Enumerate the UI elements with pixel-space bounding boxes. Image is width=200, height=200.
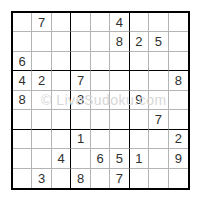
sudoku-cell-r7c7[interactable]	[130, 130, 149, 149]
sudoku-cell-r2c2[interactable]	[32, 32, 51, 51]
sudoku-cell-r9c8[interactable]	[149, 169, 168, 188]
sudoku-cell-r2c9[interactable]	[169, 32, 188, 51]
sudoku-cell-r3c3[interactable]	[52, 52, 71, 71]
sudoku-cell-r2c7[interactable]: 2	[130, 32, 149, 51]
sudoku-cell-r6c6[interactable]	[110, 110, 129, 129]
sudoku-cell-r5c3[interactable]	[52, 91, 71, 110]
sudoku-cell-r3c7[interactable]	[130, 52, 149, 71]
sudoku-cell-r9c3[interactable]	[52, 169, 71, 188]
sudoku-cell-r4c3[interactable]	[52, 71, 71, 90]
sudoku-cell-r7c2[interactable]	[32, 130, 51, 149]
sudoku-cell-r8c5[interactable]: 6	[91, 149, 110, 168]
sudoku-cell-r8c6[interactable]: 5	[110, 149, 129, 168]
sudoku-cell-r6c9[interactable]	[169, 110, 188, 129]
sudoku-cell-r6c7[interactable]	[130, 110, 149, 129]
sudoku-cell-r9c6[interactable]: 7	[110, 169, 129, 188]
sudoku-cell-r3c4[interactable]	[71, 52, 90, 71]
sudoku-cell-r4c1[interactable]: 4	[13, 71, 32, 90]
sudoku-cell-r7c4[interactable]: 1	[71, 130, 90, 149]
sudoku-cell-r6c4[interactable]	[71, 110, 90, 129]
sudoku-board: 748256427883971246519387	[11, 11, 190, 190]
sudoku-cell-r6c8[interactable]: 7	[149, 110, 168, 129]
sudoku-cell-r8c3[interactable]: 4	[52, 149, 71, 168]
sudoku-cell-r9c4[interactable]: 8	[71, 169, 90, 188]
sudoku-cell-r3c5[interactable]	[91, 52, 110, 71]
sudoku-cell-r7c3[interactable]	[52, 130, 71, 149]
sudoku-cell-r1c4[interactable]	[71, 13, 90, 32]
sudoku-cell-r5c6[interactable]	[110, 91, 129, 110]
sudoku-cell-r3c2[interactable]	[32, 52, 51, 71]
sudoku-cell-r4c4[interactable]: 7	[71, 71, 90, 90]
sudoku-cell-r9c5[interactable]	[91, 169, 110, 188]
sudoku-cell-r9c1[interactable]	[13, 169, 32, 188]
sudoku-cell-r1c6[interactable]: 4	[110, 13, 129, 32]
sudoku-cell-r8c9[interactable]: 9	[169, 149, 188, 168]
sudoku-cell-r8c4[interactable]	[71, 149, 90, 168]
sudoku-cell-r1c9[interactable]	[169, 13, 188, 32]
sudoku-cell-r8c2[interactable]	[32, 149, 51, 168]
sudoku-cell-r1c5[interactable]	[91, 13, 110, 32]
sudoku-cell-r5c4[interactable]: 3	[71, 91, 90, 110]
sudoku-cell-r4c9[interactable]: 8	[169, 71, 188, 90]
sudoku-cell-r2c5[interactable]	[91, 32, 110, 51]
sudoku-cell-r6c5[interactable]	[91, 110, 110, 129]
sudoku-cell-r5c8[interactable]	[149, 91, 168, 110]
sudoku-cell-r1c1[interactable]	[13, 13, 32, 32]
sudoku-cell-r6c3[interactable]	[52, 110, 71, 129]
sudoku-cell-r5c1[interactable]: 8	[13, 91, 32, 110]
sudoku-cell-r2c1[interactable]	[13, 32, 32, 51]
sudoku-cell-r5c5[interactable]	[91, 91, 110, 110]
sudoku-cell-r5c7[interactable]: 9	[130, 91, 149, 110]
sudoku-cell-r8c7[interactable]: 1	[130, 149, 149, 168]
sudoku-cell-r7c8[interactable]	[149, 130, 168, 149]
sudoku-cell-r4c8[interactable]	[149, 71, 168, 90]
sudoku-cell-r8c1[interactable]	[13, 149, 32, 168]
sudoku-cell-r1c2[interactable]: 7	[32, 13, 51, 32]
sudoku-cell-r2c8[interactable]: 5	[149, 32, 168, 51]
sudoku-cell-r1c7[interactable]	[130, 13, 149, 32]
sudoku-puzzle: 748256427883971246519387 © LiveSudoku.co…	[0, 0, 200, 200]
sudoku-cell-r3c8[interactable]	[149, 52, 168, 71]
sudoku-cell-r9c9[interactable]	[169, 169, 188, 188]
sudoku-cell-r6c2[interactable]	[32, 110, 51, 129]
sudoku-cell-r7c9[interactable]: 2	[169, 130, 188, 149]
sudoku-cell-r7c6[interactable]	[110, 130, 129, 149]
sudoku-cell-r2c3[interactable]	[52, 32, 71, 51]
sudoku-cell-r3c6[interactable]	[110, 52, 129, 71]
sudoku-cell-r6c1[interactable]	[13, 110, 32, 129]
sudoku-cell-r5c2[interactable]	[32, 91, 51, 110]
sudoku-cell-r4c6[interactable]	[110, 71, 129, 90]
sudoku-cell-r4c2[interactable]: 2	[32, 71, 51, 90]
sudoku-cell-r7c5[interactable]	[91, 130, 110, 149]
sudoku-cell-r9c7[interactable]	[130, 169, 149, 188]
sudoku-cell-r2c6[interactable]: 8	[110, 32, 129, 51]
sudoku-cell-r3c9[interactable]	[169, 52, 188, 71]
sudoku-cell-r8c8[interactable]	[149, 149, 168, 168]
sudoku-cell-r5c9[interactable]	[169, 91, 188, 110]
sudoku-cell-r1c8[interactable]	[149, 13, 168, 32]
sudoku-cell-r2c4[interactable]	[71, 32, 90, 51]
sudoku-cell-r9c2[interactable]: 3	[32, 169, 51, 188]
sudoku-cell-r4c7[interactable]	[130, 71, 149, 90]
sudoku-cell-r7c1[interactable]	[13, 130, 32, 149]
sudoku-cell-r3c1[interactable]: 6	[13, 52, 32, 71]
sudoku-cell-r4c5[interactable]	[91, 71, 110, 90]
sudoku-cell-r1c3[interactable]	[52, 13, 71, 32]
